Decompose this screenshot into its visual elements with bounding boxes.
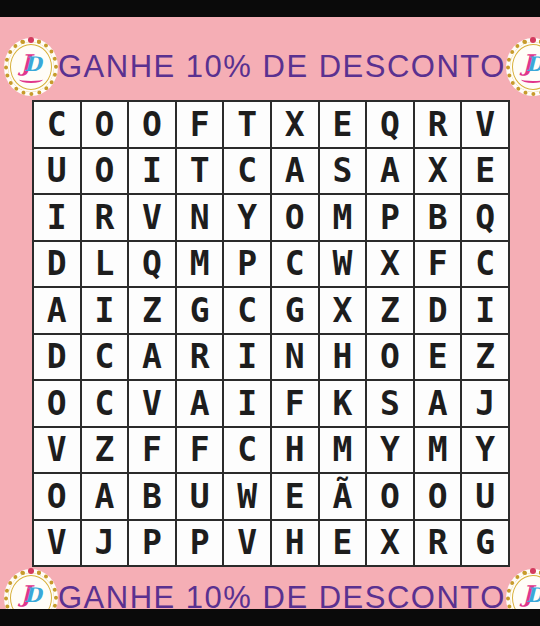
- grid-cell-r1c6[interactable]: X: [271, 101, 319, 148]
- grid-cell-r1c2[interactable]: O: [81, 101, 129, 148]
- grid-cell-r4c3[interactable]: Q: [128, 241, 176, 288]
- grid-cell-r10c6[interactable]: H: [271, 520, 319, 567]
- grid-cell-r3c6[interactable]: O: [271, 194, 319, 241]
- grid-cell-r2c5[interactable]: C: [223, 148, 271, 195]
- grid-cell-r6c1[interactable]: D: [33, 334, 81, 381]
- grid-cell-r3c8[interactable]: P: [366, 194, 414, 241]
- grid-cell-r3c9[interactable]: B: [414, 194, 462, 241]
- brand-logo-medallion-icon: JD: [4, 38, 58, 96]
- grid-cell-r5c1[interactable]: A: [33, 287, 81, 334]
- grid-cell-r7c10[interactable]: J: [461, 380, 509, 427]
- grid-cell-r3c10[interactable]: Q: [461, 194, 509, 241]
- bottom-letterbox-bar: [0, 609, 540, 626]
- brand-monogram: JD: [506, 51, 540, 74]
- grid-cell-r8c2[interactable]: Z: [81, 427, 129, 474]
- grid-cell-r10c10[interactable]: G: [461, 520, 509, 567]
- grid-cell-r5c4[interactable]: G: [176, 287, 224, 334]
- grid-cell-r5c8[interactable]: Z: [366, 287, 414, 334]
- grid-cell-r1c7[interactable]: E: [319, 101, 367, 148]
- grid-cell-r7c8[interactable]: S: [366, 380, 414, 427]
- grid-cell-r7c6[interactable]: F: [271, 380, 319, 427]
- grid-cell-r10c7[interactable]: E: [319, 520, 367, 567]
- grid-cell-r5c9[interactable]: D: [414, 287, 462, 334]
- grid-cell-r8c1[interactable]: V: [33, 427, 81, 474]
- header-discount-title: GANHE 10% DE DESCONTO: [58, 49, 506, 85]
- brand-logo-medallion-icon: JD: [506, 38, 540, 96]
- grid-cell-r4c1[interactable]: D: [33, 241, 81, 288]
- grid-cell-r7c2[interactable]: C: [81, 380, 129, 427]
- grid-cell-r2c8[interactable]: A: [366, 148, 414, 195]
- grid-cell-r6c8[interactable]: O: [366, 334, 414, 381]
- grid-cell-r8c5[interactable]: C: [223, 427, 271, 474]
- grid-cell-r1c5[interactable]: T: [223, 101, 271, 148]
- grid-cell-r6c10[interactable]: Z: [461, 334, 509, 381]
- grid-cell-r6c2[interactable]: C: [81, 334, 129, 381]
- grid-cell-r7c9[interactable]: A: [414, 380, 462, 427]
- grid-cell-r1c4[interactable]: F: [176, 101, 224, 148]
- grid-cell-r4c5[interactable]: P: [223, 241, 271, 288]
- grid-cell-r1c1[interactable]: C: [33, 101, 81, 148]
- grid-cell-r7c1[interactable]: O: [33, 380, 81, 427]
- grid-cell-r2c9[interactable]: X: [414, 148, 462, 195]
- grid-cell-r6c9[interactable]: E: [414, 334, 462, 381]
- grid-cell-r1c9[interactable]: R: [414, 101, 462, 148]
- grid-cell-r10c1[interactable]: V: [33, 520, 81, 567]
- grid-cell-r8c8[interactable]: Y: [366, 427, 414, 474]
- grid-cell-r9c6[interactable]: E: [271, 473, 319, 520]
- wreath-crown-dots-icon: [530, 568, 536, 574]
- grid-cell-r1c10[interactable]: V: [461, 101, 509, 148]
- grid-cell-r2c6[interactable]: A: [271, 148, 319, 195]
- grid-cell-r5c3[interactable]: Z: [128, 287, 176, 334]
- grid-cell-r2c2[interactable]: O: [81, 148, 129, 195]
- word-grid: COOFTXEQRVUOITCASAXEIRVNYOMPBQDLQMPCWXFC…: [32, 100, 510, 567]
- grid-cell-r9c9[interactable]: O: [414, 473, 462, 520]
- grid-cell-r9c5[interactable]: W: [223, 473, 271, 520]
- grid-cell-r10c3[interactable]: P: [128, 520, 176, 567]
- grid-cell-r1c3[interactable]: O: [128, 101, 176, 148]
- grid-cell-r5c6[interactable]: G: [271, 287, 319, 334]
- grid-cell-r8c6[interactable]: H: [271, 427, 319, 474]
- grid-cell-r2c4[interactable]: T: [176, 148, 224, 195]
- grid-cell-r7c7[interactable]: K: [319, 380, 367, 427]
- grid-cell-r4c7[interactable]: W: [319, 241, 367, 288]
- flyer-background: JD GANHE 10% DE DESCONTO JD COOFTXEQRVUO…: [0, 17, 540, 609]
- grid-cell-r9c10[interactable]: U: [461, 473, 509, 520]
- grid-cell-r5c7[interactable]: X: [319, 287, 367, 334]
- logo-script-flourish-icon: [521, 76, 540, 83]
- grid-cell-r9c8[interactable]: O: [366, 473, 414, 520]
- grid-cell-r6c7[interactable]: H: [319, 334, 367, 381]
- grid-cell-r8c3[interactable]: F: [128, 427, 176, 474]
- brand-monogram: JD: [506, 582, 540, 605]
- grid-cell-r8c7[interactable]: M: [319, 427, 367, 474]
- grid-cell-r2c3[interactable]: I: [128, 148, 176, 195]
- grid-cell-r3c1[interactable]: I: [33, 194, 81, 241]
- grid-cell-r7c3[interactable]: V: [128, 380, 176, 427]
- grid-cell-r4c4[interactable]: M: [176, 241, 224, 288]
- header-banner: JD GANHE 10% DE DESCONTO JD: [4, 37, 536, 97]
- grid-cell-r9c1[interactable]: O: [33, 473, 81, 520]
- grid-cell-r10c4[interactable]: P: [176, 520, 224, 567]
- brand-monogram: JD: [4, 582, 58, 605]
- grid-cell-r4c6[interactable]: C: [271, 241, 319, 288]
- grid-cell-r2c7[interactable]: S: [319, 148, 367, 195]
- grid-cell-r6c3[interactable]: A: [128, 334, 176, 381]
- grid-cell-r2c10[interactable]: E: [461, 148, 509, 195]
- grid-cell-r10c8[interactable]: X: [366, 520, 414, 567]
- grid-cell-r7c4[interactable]: A: [176, 380, 224, 427]
- grid-cell-r4c9[interactable]: F: [414, 241, 462, 288]
- monogram-letter-d: D: [24, 52, 41, 76]
- grid-cell-r9c2[interactable]: A: [81, 473, 129, 520]
- grid-cell-r6c4[interactable]: R: [176, 334, 224, 381]
- grid-cell-r8c9[interactable]: M: [414, 427, 462, 474]
- logo-script-flourish-icon: [19, 76, 43, 83]
- grid-cell-r3c5[interactable]: Y: [223, 194, 271, 241]
- grid-cell-r5c10[interactable]: I: [461, 287, 509, 334]
- grid-cell-r5c2[interactable]: I: [81, 287, 129, 334]
- grid-cell-r3c2[interactable]: R: [81, 194, 129, 241]
- grid-cell-r3c4[interactable]: N: [176, 194, 224, 241]
- grid-cell-r6c6[interactable]: N: [271, 334, 319, 381]
- grid-cell-r10c5[interactable]: V: [223, 520, 271, 567]
- brand-monogram: JD: [4, 51, 58, 74]
- grid-cell-r5c5[interactable]: C: [223, 287, 271, 334]
- top-letterbox-bar: [0, 0, 540, 17]
- grid-cell-r9c4[interactable]: U: [176, 473, 224, 520]
- wreath-crown-dots-icon: [530, 37, 536, 43]
- grid-cell-r1c8[interactable]: Q: [366, 101, 414, 148]
- grid-cell-r7c5[interactable]: I: [223, 380, 271, 427]
- grid-cell-r10c9[interactable]: R: [414, 520, 462, 567]
- grid-cell-r8c4[interactable]: F: [176, 427, 224, 474]
- grid-cell-r4c10[interactable]: C: [461, 241, 509, 288]
- wreath-crown-dots-icon: [28, 568, 34, 574]
- grid-cell-r9c3[interactable]: B: [128, 473, 176, 520]
- grid-cell-r10c2[interactable]: J: [81, 520, 129, 567]
- grid-cell-r8c10[interactable]: Y: [461, 427, 509, 474]
- grid-cell-r4c2[interactable]: L: [81, 241, 129, 288]
- monogram-letter-d: D: [526, 52, 540, 76]
- grid-cell-r4c8[interactable]: X: [366, 241, 414, 288]
- grid-cell-r3c3[interactable]: V: [128, 194, 176, 241]
- monogram-letter-d: D: [24, 583, 41, 607]
- grid-cell-r6c5[interactable]: I: [223, 334, 271, 381]
- wreath-crown-dots-icon: [28, 37, 34, 43]
- grid-cell-r9c7[interactable]: Ã: [319, 473, 367, 520]
- grid-cell-r2c1[interactable]: U: [33, 148, 81, 195]
- monogram-letter-d: D: [526, 583, 540, 607]
- grid-cell-r3c7[interactable]: M: [319, 194, 367, 241]
